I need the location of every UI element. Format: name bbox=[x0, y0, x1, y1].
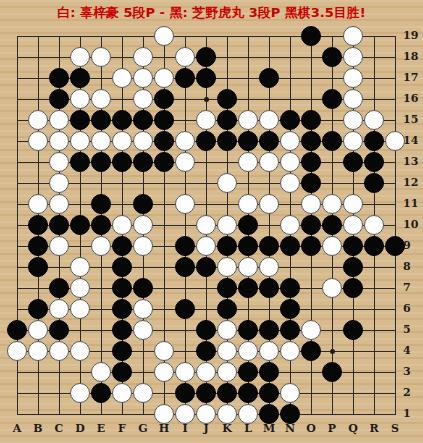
black-stone-K2 bbox=[217, 383, 237, 403]
row-label-11: 11 bbox=[403, 197, 423, 210]
black-stone-J8 bbox=[196, 257, 216, 277]
black-stone-B8 bbox=[28, 257, 48, 277]
black-stone-O14 bbox=[301, 131, 321, 151]
black-stone-M9 bbox=[259, 236, 279, 256]
black-stone-H15 bbox=[154, 110, 174, 130]
white-stone-C9 bbox=[49, 236, 69, 256]
black-stone-O19 bbox=[301, 26, 321, 46]
black-stone-L10 bbox=[238, 215, 258, 235]
black-stone-M5 bbox=[259, 320, 279, 340]
white-stone-J1 bbox=[196, 404, 216, 424]
white-stone-D6 bbox=[70, 299, 90, 319]
white-stone-N12 bbox=[280, 173, 300, 193]
black-stone-N6 bbox=[280, 299, 300, 319]
row-label-9: 9 bbox=[403, 239, 423, 252]
black-stone-P10 bbox=[322, 215, 342, 235]
black-stone-H14 bbox=[154, 131, 174, 151]
white-stone-Q10 bbox=[343, 215, 363, 235]
black-stone-E15 bbox=[91, 110, 111, 130]
white-stone-M4 bbox=[259, 341, 279, 361]
star-point-P4 bbox=[330, 349, 335, 354]
header-text: 白: 辜梓豪 5段P - 黑: 芝野虎丸 3段P 黑棋3.5目胜! bbox=[57, 4, 366, 22]
column-label-J: J bbox=[196, 422, 216, 435]
white-stone-B5 bbox=[28, 320, 48, 340]
white-stone-Q15 bbox=[343, 110, 363, 130]
row-label-2: 2 bbox=[403, 386, 423, 399]
white-stone-D8 bbox=[70, 257, 90, 277]
white-stone-I3 bbox=[175, 362, 195, 382]
black-stone-C10 bbox=[49, 215, 69, 235]
black-stone-K6 bbox=[217, 299, 237, 319]
black-stone-D17 bbox=[70, 68, 90, 88]
white-stone-Q14 bbox=[343, 131, 363, 151]
white-stone-C14 bbox=[49, 131, 69, 151]
black-stone-J17 bbox=[196, 68, 216, 88]
white-stone-K5 bbox=[217, 320, 237, 340]
white-stone-L1 bbox=[238, 404, 258, 424]
white-stone-G14 bbox=[133, 131, 153, 151]
black-stone-P14 bbox=[322, 131, 342, 151]
black-stone-H16 bbox=[154, 89, 174, 109]
black-stone-M3 bbox=[259, 362, 279, 382]
column-label-S: S bbox=[385, 422, 405, 435]
white-stone-J10 bbox=[196, 215, 216, 235]
white-stone-K1 bbox=[217, 404, 237, 424]
white-stone-J3 bbox=[196, 362, 216, 382]
white-stone-G16 bbox=[133, 89, 153, 109]
black-stone-G15 bbox=[133, 110, 153, 130]
black-stone-J2 bbox=[196, 383, 216, 403]
white-stone-J9 bbox=[196, 236, 216, 256]
black-stone-F5 bbox=[112, 320, 132, 340]
black-stone-K14 bbox=[217, 131, 237, 151]
white-stone-M11 bbox=[259, 194, 279, 214]
column-label-L: L bbox=[238, 422, 258, 435]
black-stone-O15 bbox=[301, 110, 321, 130]
white-stone-B15 bbox=[28, 110, 48, 130]
black-stone-O4 bbox=[301, 341, 321, 361]
white-stone-C6 bbox=[49, 299, 69, 319]
white-stone-I18 bbox=[175, 47, 195, 67]
black-stone-M14 bbox=[259, 131, 279, 151]
column-label-F: F bbox=[112, 422, 132, 435]
black-stone-P18 bbox=[322, 47, 342, 67]
column-label-R: R bbox=[364, 422, 384, 435]
row-label-14: 14 bbox=[403, 134, 423, 147]
white-stone-C11 bbox=[49, 194, 69, 214]
white-stone-B14 bbox=[28, 131, 48, 151]
white-stone-B11 bbox=[28, 194, 48, 214]
black-stone-R9 bbox=[364, 236, 384, 256]
column-label-B: B bbox=[28, 422, 48, 435]
black-stone-Q7 bbox=[343, 278, 363, 298]
black-stone-I9 bbox=[175, 236, 195, 256]
black-stone-F8 bbox=[112, 257, 132, 277]
column-label-I: I bbox=[175, 422, 195, 435]
white-stone-C4 bbox=[49, 341, 69, 361]
black-stone-F15 bbox=[112, 110, 132, 130]
black-stone-P3 bbox=[322, 362, 342, 382]
black-stone-N9 bbox=[280, 236, 300, 256]
white-stone-G18 bbox=[133, 47, 153, 67]
white-stone-G2 bbox=[133, 383, 153, 403]
white-stone-E14 bbox=[91, 131, 111, 151]
white-stone-F14 bbox=[112, 131, 132, 151]
white-stone-Q16 bbox=[343, 89, 363, 109]
black-stone-D10 bbox=[70, 215, 90, 235]
white-stone-E9 bbox=[91, 236, 111, 256]
column-label-G: G bbox=[133, 422, 153, 435]
white-stone-Q18 bbox=[343, 47, 363, 67]
white-stone-Q19 bbox=[343, 26, 363, 46]
black-stone-L14 bbox=[238, 131, 258, 151]
white-stone-M13 bbox=[259, 152, 279, 172]
white-stone-D4 bbox=[70, 341, 90, 361]
white-stone-Q11 bbox=[343, 194, 363, 214]
white-stone-I11 bbox=[175, 194, 195, 214]
black-stone-D13 bbox=[70, 152, 90, 172]
row-label-3: 3 bbox=[403, 365, 423, 378]
white-stone-N14 bbox=[280, 131, 300, 151]
black-stone-F7 bbox=[112, 278, 132, 298]
black-stone-Q13 bbox=[343, 152, 363, 172]
black-stone-R14 bbox=[364, 131, 384, 151]
black-stone-O13 bbox=[301, 152, 321, 172]
black-stone-I2 bbox=[175, 383, 195, 403]
black-stone-Q8 bbox=[343, 257, 363, 277]
black-stone-J14 bbox=[196, 131, 216, 151]
white-stone-H17 bbox=[154, 68, 174, 88]
row-label-4: 4 bbox=[403, 344, 423, 357]
black-stone-B9 bbox=[28, 236, 48, 256]
white-stone-H3 bbox=[154, 362, 174, 382]
column-label-Q: Q bbox=[343, 422, 363, 435]
black-stone-E10 bbox=[91, 215, 111, 235]
black-stone-G13 bbox=[133, 152, 153, 172]
row-label-8: 8 bbox=[403, 260, 423, 273]
white-stone-K4 bbox=[217, 341, 237, 361]
black-stone-I17 bbox=[175, 68, 195, 88]
black-stone-J18 bbox=[196, 47, 216, 67]
black-stone-L3 bbox=[238, 362, 258, 382]
black-stone-R12 bbox=[364, 173, 384, 193]
white-stone-C15 bbox=[49, 110, 69, 130]
black-stone-N1 bbox=[280, 404, 300, 424]
column-label-A: A bbox=[7, 422, 27, 435]
white-stone-D7 bbox=[70, 278, 90, 298]
black-stone-L9 bbox=[238, 236, 258, 256]
white-stone-D18 bbox=[70, 47, 90, 67]
white-stone-I13 bbox=[175, 152, 195, 172]
white-stone-I14 bbox=[175, 131, 195, 151]
white-stone-C13 bbox=[49, 152, 69, 172]
row-label-5: 5 bbox=[403, 323, 423, 336]
black-stone-G7 bbox=[133, 278, 153, 298]
black-stone-M7 bbox=[259, 278, 279, 298]
black-stone-E11 bbox=[91, 194, 111, 214]
white-stone-N2 bbox=[280, 383, 300, 403]
black-stone-C5 bbox=[49, 320, 69, 340]
white-stone-F10 bbox=[112, 215, 132, 235]
column-label-D: D bbox=[70, 422, 90, 435]
black-stone-G11 bbox=[133, 194, 153, 214]
row-label-12: 12 bbox=[403, 176, 423, 189]
row-label-18: 18 bbox=[403, 50, 423, 63]
black-stone-C17 bbox=[49, 68, 69, 88]
white-stone-L13 bbox=[238, 152, 258, 172]
white-stone-Q17 bbox=[343, 68, 363, 88]
column-label-C: C bbox=[49, 422, 69, 435]
black-stone-M17 bbox=[259, 68, 279, 88]
white-stone-L8 bbox=[238, 257, 258, 277]
black-stone-B6 bbox=[28, 299, 48, 319]
white-stone-K3 bbox=[217, 362, 237, 382]
white-stone-C12 bbox=[49, 173, 69, 193]
black-stone-E2 bbox=[91, 383, 111, 403]
column-label-E: E bbox=[91, 422, 111, 435]
game-result-header: 白: 辜梓豪 5段P - 黑: 芝野虎丸 3段P 黑棋3.5目胜! bbox=[0, 0, 423, 25]
black-stone-I8 bbox=[175, 257, 195, 277]
white-stone-N10 bbox=[280, 215, 300, 235]
black-stone-O10 bbox=[301, 215, 321, 235]
black-stone-H13 bbox=[154, 152, 174, 172]
black-stone-F9 bbox=[112, 236, 132, 256]
black-stone-F3 bbox=[112, 362, 132, 382]
white-stone-M15 bbox=[259, 110, 279, 130]
row-label-1: 1 bbox=[403, 407, 423, 420]
black-stone-R13 bbox=[364, 152, 384, 172]
black-stone-C7 bbox=[49, 278, 69, 298]
black-stone-C16 bbox=[49, 89, 69, 109]
black-stone-N5 bbox=[280, 320, 300, 340]
white-stone-N4 bbox=[280, 341, 300, 361]
white-stone-J15 bbox=[196, 110, 216, 130]
column-label-H: H bbox=[154, 422, 174, 435]
row-label-16: 16 bbox=[403, 92, 423, 105]
black-stone-S9 bbox=[385, 236, 405, 256]
black-stone-F13 bbox=[112, 152, 132, 172]
white-stone-D16 bbox=[70, 89, 90, 109]
column-label-M: M bbox=[259, 422, 279, 435]
white-stone-G17 bbox=[133, 68, 153, 88]
black-stone-L7 bbox=[238, 278, 258, 298]
white-stone-K8 bbox=[217, 257, 237, 277]
column-label-P: P bbox=[322, 422, 342, 435]
black-stone-F6 bbox=[112, 299, 132, 319]
white-stone-L15 bbox=[238, 110, 258, 130]
white-stone-G9 bbox=[133, 236, 153, 256]
black-stone-M2 bbox=[259, 383, 279, 403]
black-stone-Q5 bbox=[343, 320, 363, 340]
white-stone-M8 bbox=[259, 257, 279, 277]
white-stone-E3 bbox=[91, 362, 111, 382]
black-stone-N15 bbox=[280, 110, 300, 130]
white-stone-G5 bbox=[133, 320, 153, 340]
white-stone-H1 bbox=[154, 404, 174, 424]
black-stone-N7 bbox=[280, 278, 300, 298]
black-stone-J4 bbox=[196, 341, 216, 361]
white-stone-S14 bbox=[385, 131, 405, 151]
black-stone-F4 bbox=[112, 341, 132, 361]
black-stone-K15 bbox=[217, 110, 237, 130]
black-stone-A5 bbox=[7, 320, 27, 340]
white-stone-E18 bbox=[91, 47, 111, 67]
white-stone-A4 bbox=[7, 341, 27, 361]
black-stone-I6 bbox=[175, 299, 195, 319]
black-stone-K7 bbox=[217, 278, 237, 298]
white-stone-H4 bbox=[154, 341, 174, 361]
black-stone-K16 bbox=[217, 89, 237, 109]
white-stone-E16 bbox=[91, 89, 111, 109]
black-stone-M1 bbox=[259, 404, 279, 424]
black-stone-J5 bbox=[196, 320, 216, 340]
white-stone-D14 bbox=[70, 131, 90, 151]
white-stone-P9 bbox=[322, 236, 342, 256]
white-stone-O11 bbox=[301, 194, 321, 214]
row-label-17: 17 bbox=[403, 71, 423, 84]
column-label-O: O bbox=[301, 422, 321, 435]
black-stone-B10 bbox=[28, 215, 48, 235]
star-point-J16 bbox=[204, 97, 209, 102]
white-stone-F2 bbox=[112, 383, 132, 403]
white-stone-G10 bbox=[133, 215, 153, 235]
row-label-19: 19 bbox=[403, 29, 423, 42]
white-stone-L4 bbox=[238, 341, 258, 361]
column-label-N: N bbox=[280, 422, 300, 435]
row-label-13: 13 bbox=[403, 155, 423, 168]
black-stone-P16 bbox=[322, 89, 342, 109]
white-stone-D2 bbox=[70, 383, 90, 403]
white-stone-G6 bbox=[133, 299, 153, 319]
black-stone-K9 bbox=[217, 236, 237, 256]
white-stone-K12 bbox=[217, 173, 237, 193]
black-stone-O9 bbox=[301, 236, 321, 256]
white-stone-B4 bbox=[28, 341, 48, 361]
black-stone-L2 bbox=[238, 383, 258, 403]
white-stone-P11 bbox=[322, 194, 342, 214]
white-stone-F17 bbox=[112, 68, 132, 88]
white-stone-R10 bbox=[364, 215, 384, 235]
white-stone-N13 bbox=[280, 152, 300, 172]
row-label-7: 7 bbox=[403, 281, 423, 294]
white-stone-L11 bbox=[238, 194, 258, 214]
row-label-6: 6 bbox=[403, 302, 423, 315]
row-label-10: 10 bbox=[403, 218, 423, 231]
black-stone-E13 bbox=[91, 152, 111, 172]
white-stone-K10 bbox=[217, 215, 237, 235]
white-stone-I1 bbox=[175, 404, 195, 424]
row-label-15: 15 bbox=[403, 113, 423, 126]
white-stone-H19 bbox=[154, 26, 174, 46]
black-stone-Q9 bbox=[343, 236, 363, 256]
white-stone-P7 bbox=[322, 278, 342, 298]
white-stone-R15 bbox=[364, 110, 384, 130]
white-stone-O5 bbox=[301, 320, 321, 340]
black-stone-O12 bbox=[301, 173, 321, 193]
black-stone-D15 bbox=[70, 110, 90, 130]
black-stone-L5 bbox=[238, 320, 258, 340]
column-label-K: K bbox=[217, 422, 237, 435]
